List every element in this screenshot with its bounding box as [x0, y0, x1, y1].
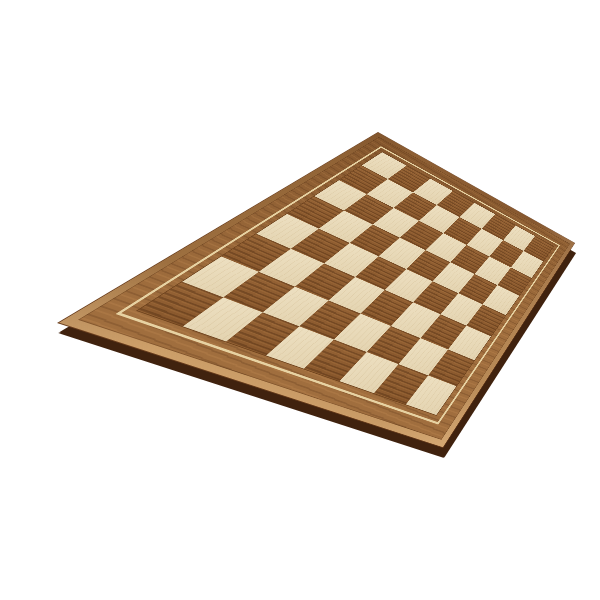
chess-board: [0, 0, 600, 600]
product-photo-background: [0, 0, 600, 600]
board-top-surface: [57, 132, 575, 448]
